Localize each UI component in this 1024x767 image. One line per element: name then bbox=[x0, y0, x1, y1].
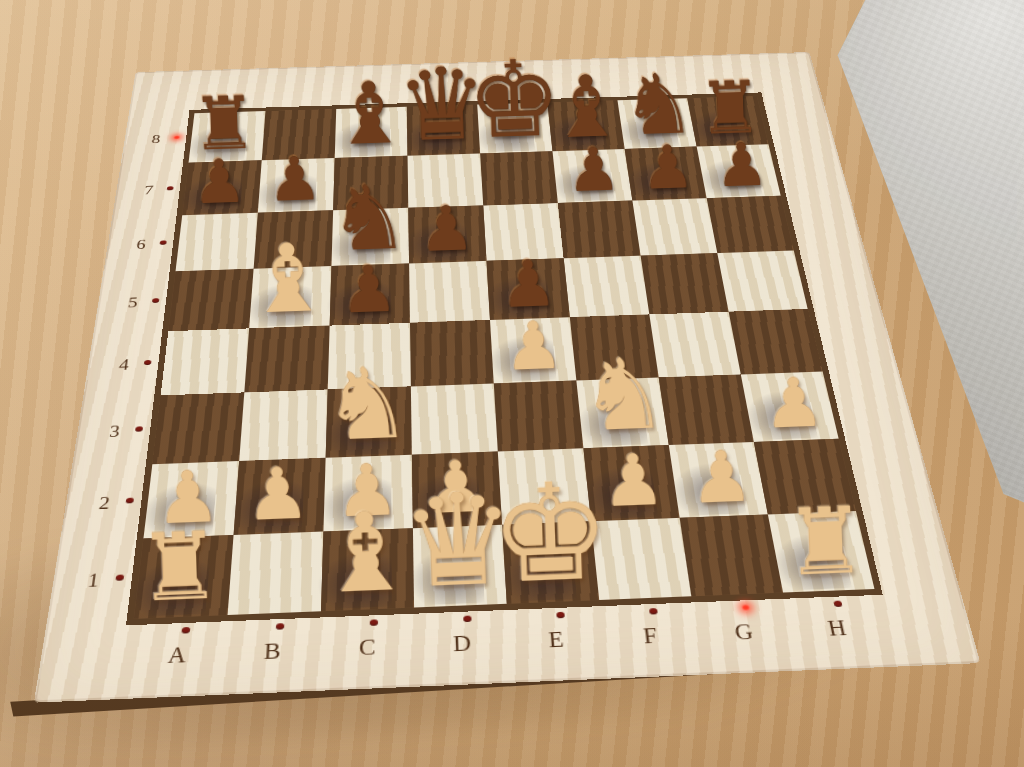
led-rank-8-lit bbox=[173, 135, 180, 139]
square-e4[interactable]: ♟ bbox=[490, 317, 576, 383]
square-a3[interactable] bbox=[152, 392, 244, 464]
led-file-h bbox=[833, 601, 842, 607]
piece-black-pawn[interactable]: ♟ bbox=[714, 137, 769, 193]
led-rank-7 bbox=[167, 186, 174, 190]
piece-black-pawn[interactable]: ♟ bbox=[566, 142, 621, 199]
file-label-b: B bbox=[263, 638, 281, 666]
file-label-d: D bbox=[453, 630, 472, 657]
rank-label-6: 6 bbox=[135, 237, 146, 253]
square-b7[interactable]: ♟ bbox=[258, 158, 335, 213]
piece-white-rook[interactable]: ♜ bbox=[136, 524, 223, 613]
square-a7[interactable]: ♟ bbox=[182, 160, 262, 215]
piece-black-bishop[interactable]: ♝ bbox=[330, 74, 409, 155]
led-file-a bbox=[181, 627, 190, 634]
square-f5[interactable] bbox=[564, 256, 650, 318]
piece-white-pawn[interactable]: ♟ bbox=[689, 444, 754, 512]
piece-black-pawn[interactable]: ♟ bbox=[339, 260, 398, 321]
square-b3[interactable] bbox=[239, 389, 328, 461]
board-inner-frame: ♜♝♛♚♝♞♜♟♟♟♟♟♞♟♝♟♟♟♞♞♟♟♟♟♟♟♟♜♝♛♚♜ bbox=[126, 92, 883, 625]
square-b4[interactable] bbox=[244, 326, 329, 393]
square-h5[interactable] bbox=[717, 250, 807, 311]
rank-label-2: 2 bbox=[98, 493, 111, 514]
square-b5[interactable]: ♝ bbox=[249, 266, 331, 328]
rank-label-5: 5 bbox=[127, 294, 139, 311]
file-label-c: C bbox=[359, 634, 376, 661]
photo-scene: ♜♝♛♚♝♞♜♟♟♟♟♟♞♟♝♟♟♟♞♞♟♟♟♟♟♟♟♜♝♛♚♜ 8765432… bbox=[0, 0, 1024, 767]
rank-label-1: 1 bbox=[86, 569, 100, 592]
square-g6[interactable] bbox=[632, 198, 717, 255]
led-file-g-lit bbox=[741, 604, 750, 611]
square-g5[interactable] bbox=[641, 253, 729, 314]
square-b2[interactable]: ♟ bbox=[234, 458, 326, 535]
rank-label-3: 3 bbox=[108, 422, 121, 441]
square-a4[interactable] bbox=[161, 328, 249, 395]
led-file-c bbox=[370, 619, 378, 626]
square-h3[interactable]: ♟ bbox=[741, 372, 839, 442]
led-rank-1 bbox=[115, 574, 124, 580]
square-a5[interactable] bbox=[168, 269, 253, 332]
led-rank-3 bbox=[135, 426, 143, 431]
square-e3[interactable] bbox=[494, 380, 584, 451]
square-c5[interactable]: ♟ bbox=[330, 263, 410, 325]
square-a1[interactable]: ♜ bbox=[134, 535, 234, 619]
square-c3[interactable]: ♞ bbox=[326, 386, 412, 457]
led-rank-5 bbox=[152, 298, 160, 303]
piece-black-pawn[interactable]: ♟ bbox=[418, 200, 475, 259]
led-file-e bbox=[556, 612, 565, 619]
square-d6[interactable]: ♟ bbox=[408, 205, 486, 263]
square-e8[interactable]: ♚ bbox=[477, 102, 552, 153]
piece-black-pawn[interactable]: ♟ bbox=[640, 140, 695, 196]
file-label-f: F bbox=[642, 623, 659, 650]
square-d5[interactable] bbox=[409, 261, 490, 323]
rank-label-7: 7 bbox=[143, 183, 154, 198]
square-h1[interactable]: ♜ bbox=[768, 511, 875, 593]
square-h7[interactable]: ♟ bbox=[697, 144, 781, 198]
piece-black-pawn[interactable]: ♟ bbox=[191, 154, 247, 211]
square-d8[interactable]: ♛ bbox=[407, 105, 480, 156]
piece-white-pawn[interactable]: ♟ bbox=[763, 371, 826, 436]
square-g2[interactable]: ♟ bbox=[669, 442, 768, 518]
piece-white-bishop[interactable]: ♝ bbox=[315, 501, 416, 605]
piece-white-pawn[interactable]: ♟ bbox=[601, 447, 667, 515]
square-f7[interactable]: ♟ bbox=[553, 149, 633, 203]
square-h6[interactable] bbox=[707, 196, 794, 253]
file-label-g: G bbox=[733, 619, 755, 646]
square-b1[interactable] bbox=[228, 532, 324, 615]
square-d1[interactable]: ♛ bbox=[413, 525, 507, 608]
square-g7[interactable]: ♟ bbox=[625, 147, 707, 201]
board-grid: ♜♝♛♚♝♞♜♟♟♟♟♟♞♟♝♟♟♟♞♞♟♟♟♟♟♟♟♜♝♛♚♜ bbox=[134, 96, 875, 619]
square-f3[interactable]: ♞ bbox=[576, 377, 668, 448]
square-d3[interactable] bbox=[411, 383, 498, 454]
square-c8[interactable]: ♝ bbox=[335, 107, 408, 158]
square-g1[interactable] bbox=[680, 514, 783, 596]
square-e7[interactable] bbox=[480, 151, 558, 205]
piece-white-rook[interactable]: ♜ bbox=[784, 499, 869, 587]
rank-label-8: 8 bbox=[151, 132, 162, 146]
piece-black-knight[interactable]: ♞ bbox=[328, 177, 411, 261]
piece-white-pawn[interactable]: ♟ bbox=[244, 461, 311, 529]
piece-black-pawn[interactable]: ♟ bbox=[267, 151, 323, 208]
file-label-e: E bbox=[548, 626, 565, 653]
piece-black-queen[interactable]: ♛ bbox=[396, 58, 488, 152]
led-rank-2 bbox=[126, 498, 134, 504]
piece-white-pawn[interactable]: ♟ bbox=[503, 315, 564, 378]
piece-white-bishop[interactable]: ♝ bbox=[244, 234, 332, 323]
piece-black-pawn[interactable]: ♟ bbox=[499, 254, 558, 315]
square-g3[interactable] bbox=[659, 374, 754, 445]
led-rank-6 bbox=[160, 240, 167, 244]
file-label-h: H bbox=[825, 615, 848, 642]
square-c1[interactable]: ♝ bbox=[321, 528, 414, 611]
piece-white-knight[interactable]: ♞ bbox=[578, 350, 669, 444]
led-file-f bbox=[649, 608, 658, 615]
file-label-a: A bbox=[167, 642, 188, 670]
piece-white-queen[interactable]: ♛ bbox=[399, 480, 517, 601]
piece-white-knight[interactable]: ♞ bbox=[321, 359, 413, 453]
led-file-b bbox=[276, 623, 285, 630]
square-d4[interactable] bbox=[410, 320, 494, 386]
led-rank-4 bbox=[144, 360, 152, 365]
rank-label-4: 4 bbox=[118, 356, 130, 374]
square-f6[interactable] bbox=[558, 201, 641, 259]
led-file-d bbox=[463, 616, 471, 623]
